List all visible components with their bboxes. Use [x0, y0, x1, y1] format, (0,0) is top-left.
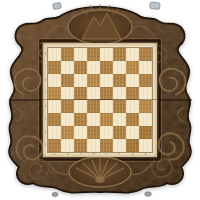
square-c1[interactable]: [74, 139, 87, 152]
file-label-d: d: [87, 152, 100, 157]
square-c7[interactable]: [74, 61, 87, 74]
square-g6[interactable]: [126, 74, 139, 87]
file-labels: abcdefgh: [48, 152, 152, 157]
square-b2[interactable]: [61, 126, 74, 139]
square-a4[interactable]: [48, 100, 61, 113]
square-f2[interactable]: [113, 126, 126, 139]
square-d2[interactable]: [87, 126, 100, 139]
square-g4[interactable]: [126, 100, 139, 113]
square-h4[interactable]: [139, 100, 152, 113]
square-f6[interactable]: [113, 74, 126, 87]
chess-board: 87654321 abcdefgh: [43, 43, 157, 157]
metal-foot-right: [145, 192, 152, 197]
square-h8[interactable]: [139, 48, 152, 61]
square-b6[interactable]: [61, 74, 74, 87]
sunburst-carving-icon: [69, 157, 131, 187]
metal-clasp-left: [53, 2, 62, 9]
square-e2[interactable]: [100, 126, 113, 139]
square-a6[interactable]: [48, 74, 61, 87]
square-e7[interactable]: [100, 61, 113, 74]
file-label-e: e: [100, 152, 113, 157]
square-h3[interactable]: [139, 113, 152, 126]
square-d1[interactable]: [87, 139, 100, 152]
square-f1[interactable]: [113, 139, 126, 152]
square-d3[interactable]: [87, 113, 100, 126]
square-f7[interactable]: [113, 61, 126, 74]
square-h1[interactable]: [139, 139, 152, 152]
square-g1[interactable]: [126, 139, 139, 152]
square-c8[interactable]: [74, 48, 87, 61]
square-e6[interactable]: [100, 74, 113, 87]
square-a2[interactable]: [48, 126, 61, 139]
square-h7[interactable]: [139, 61, 152, 74]
square-g7[interactable]: [126, 61, 139, 74]
metal-foot-left: [52, 192, 58, 196]
square-h6[interactable]: [139, 74, 152, 87]
square-e3[interactable]: [100, 113, 113, 126]
metal-clasp-right: [150, 2, 161, 10]
square-a1[interactable]: [48, 139, 61, 152]
square-b1[interactable]: [61, 139, 74, 152]
square-d7[interactable]: [87, 61, 100, 74]
square-e1[interactable]: [100, 139, 113, 152]
square-g3[interactable]: [126, 113, 139, 126]
square-d6[interactable]: [87, 74, 100, 87]
file-label-g: g: [126, 152, 139, 157]
file-label-b: b: [61, 152, 74, 157]
square-f4[interactable]: [113, 100, 126, 113]
photo-background: 87654321 abcdefgh: [0, 0, 200, 200]
square-h2[interactable]: [139, 126, 152, 139]
square-b4[interactable]: [61, 100, 74, 113]
fold-seam: [43, 99, 157, 100]
square-c6[interactable]: [74, 74, 87, 87]
square-e4[interactable]: [100, 100, 113, 113]
square-g2[interactable]: [126, 126, 139, 139]
square-a3[interactable]: [48, 113, 61, 126]
square-a7[interactable]: [48, 61, 61, 74]
square-b8[interactable]: [61, 48, 74, 61]
square-c3[interactable]: [74, 113, 87, 126]
square-b3[interactable]: [61, 113, 74, 126]
square-f3[interactable]: [113, 113, 126, 126]
board-grid: [48, 48, 152, 152]
square-e8[interactable]: [100, 48, 113, 61]
file-label-a: a: [48, 152, 61, 157]
square-c2[interactable]: [74, 126, 87, 139]
square-b7[interactable]: [61, 61, 74, 74]
file-label-h: h: [139, 152, 152, 157]
file-label-f: f: [113, 152, 126, 157]
square-g8[interactable]: [126, 48, 139, 61]
square-c4[interactable]: [74, 100, 87, 113]
square-d8[interactable]: [87, 48, 100, 61]
square-a8[interactable]: [48, 48, 61, 61]
square-f8[interactable]: [113, 48, 126, 61]
file-label-c: c: [74, 152, 87, 157]
square-d4[interactable]: [87, 100, 100, 113]
